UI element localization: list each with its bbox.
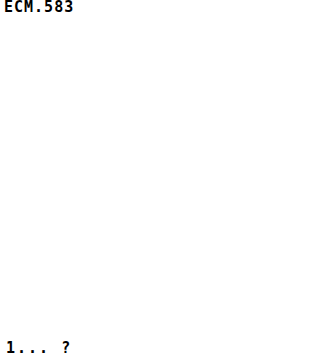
chess-board: [0, 16, 320, 336]
puzzle-title: ECM.583: [0, 0, 320, 16]
move-prompt: 1... ?: [0, 337, 320, 360]
chess-puzzle-screen: ECM.583 1... ?: [0, 0, 320, 360]
